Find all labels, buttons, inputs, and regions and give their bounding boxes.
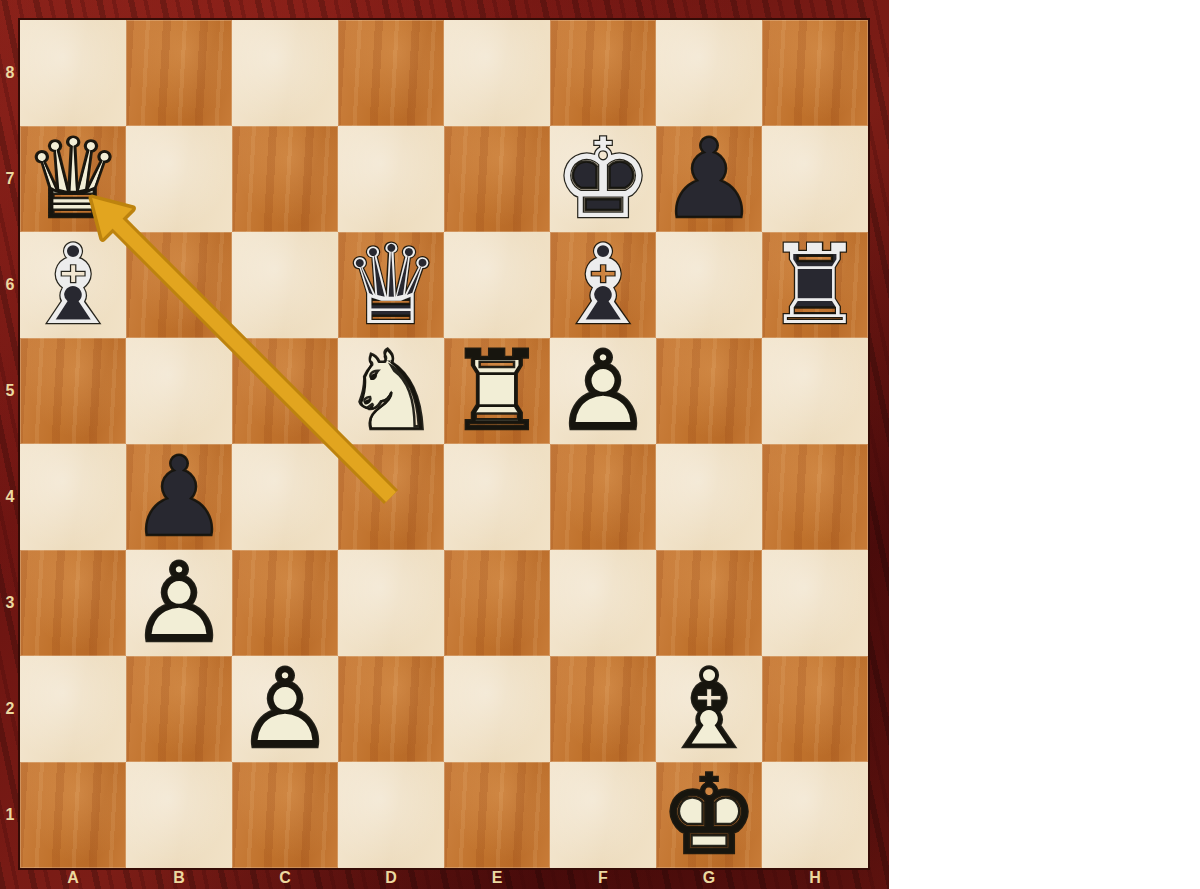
square-d2[interactable] <box>338 656 444 762</box>
square-c6[interactable] <box>232 232 338 338</box>
pawn-glyph: ♟ <box>126 444 232 550</box>
square-e2[interactable] <box>444 656 550 762</box>
rank-label-1: 1 <box>0 762 20 868</box>
piece-black-rook-h6[interactable]: ♜♖ <box>762 232 868 338</box>
pawn-outline-glyph: ♙ <box>550 338 656 444</box>
pawn-outline-glyph: ♙ <box>126 550 232 656</box>
square-d3[interactable] <box>338 550 444 656</box>
square-h4[interactable] <box>762 444 868 550</box>
piece-black-bishop-f6[interactable]: ♝♗ <box>550 232 656 338</box>
square-h1[interactable] <box>762 762 868 868</box>
square-g3[interactable] <box>656 550 762 656</box>
square-e3[interactable] <box>444 550 550 656</box>
square-h8[interactable] <box>762 20 868 126</box>
square-a4[interactable] <box>20 444 126 550</box>
file-labels: ABCDEFGH <box>20 866 868 889</box>
square-b6[interactable] <box>126 232 232 338</box>
file-label-f: F <box>550 866 656 889</box>
square-b1[interactable] <box>126 762 232 868</box>
piece-white-king-g1[interactable]: ♚♔ <box>656 762 762 868</box>
piece-black-pawn-g7[interactable]: ♟ <box>656 126 762 232</box>
rook-outline-glyph: ♖ <box>444 338 550 444</box>
square-f1[interactable] <box>550 762 656 868</box>
square-b7[interactable] <box>126 126 232 232</box>
queen-outline-glyph: ♕ <box>338 232 444 338</box>
rank-label-2: 2 <box>0 656 20 762</box>
rank-label-6: 6 <box>0 232 20 338</box>
square-b8[interactable] <box>126 20 232 126</box>
rank-label-8: 8 <box>0 20 20 126</box>
square-f4[interactable] <box>550 444 656 550</box>
square-a1[interactable] <box>20 762 126 868</box>
square-e1[interactable] <box>444 762 550 868</box>
piece-black-queen-d6[interactable]: ♛♕ <box>338 232 444 338</box>
square-b5[interactable] <box>126 338 232 444</box>
rook-outline-glyph: ♖ <box>762 232 868 338</box>
rank-label-5: 5 <box>0 338 20 444</box>
square-a2[interactable] <box>20 656 126 762</box>
piece-white-pawn-f5[interactable]: ♟♙ <box>550 338 656 444</box>
file-label-g: G <box>656 866 762 889</box>
square-a5[interactable] <box>20 338 126 444</box>
piece-white-bishop-g2[interactable]: ♝♗ <box>656 656 762 762</box>
bishop-outline-glyph: ♗ <box>550 232 656 338</box>
square-c5[interactable] <box>232 338 338 444</box>
square-e7[interactable] <box>444 126 550 232</box>
square-c3[interactable] <box>232 550 338 656</box>
square-e4[interactable] <box>444 444 550 550</box>
piece-black-bishop-a6[interactable]: ♝♗ <box>20 232 126 338</box>
square-h5[interactable] <box>762 338 868 444</box>
square-c8[interactable] <box>232 20 338 126</box>
king-outline-glyph: ♔ <box>550 126 656 232</box>
rank-labels: 87654321 <box>0 20 20 868</box>
file-label-a: A <box>20 866 126 889</box>
king-outline-glyph: ♔ <box>656 762 762 868</box>
queen-outline-glyph: ♕ <box>20 126 126 232</box>
square-a3[interactable] <box>20 550 126 656</box>
pawn-outline-glyph: ♙ <box>232 656 338 762</box>
square-e6[interactable] <box>444 232 550 338</box>
pawn-glyph: ♟ <box>656 126 762 232</box>
square-d7[interactable] <box>338 126 444 232</box>
square-g5[interactable] <box>656 338 762 444</box>
file-label-c: C <box>232 866 338 889</box>
file-label-h: H <box>762 866 868 889</box>
square-c4[interactable] <box>232 444 338 550</box>
bishop-outline-glyph: ♗ <box>656 656 762 762</box>
piece-black-pawn-b4[interactable]: ♟ <box>126 444 232 550</box>
rank-label-7: 7 <box>0 126 20 232</box>
square-b2[interactable] <box>126 656 232 762</box>
knight-outline-glyph: ♘ <box>338 338 444 444</box>
square-g6[interactable] <box>656 232 762 338</box>
square-h3[interactable] <box>762 550 868 656</box>
square-d8[interactable] <box>338 20 444 126</box>
square-g4[interactable] <box>656 444 762 550</box>
square-d4[interactable] <box>338 444 444 550</box>
square-g8[interactable] <box>656 20 762 126</box>
square-c1[interactable] <box>232 762 338 868</box>
square-e8[interactable] <box>444 20 550 126</box>
square-c7[interactable] <box>232 126 338 232</box>
square-f2[interactable] <box>550 656 656 762</box>
piece-white-rook-e5[interactable]: ♜♖ <box>444 338 550 444</box>
piece-black-king-f7[interactable]: ♚♔ <box>550 126 656 232</box>
square-h2[interactable] <box>762 656 868 762</box>
file-label-e: E <box>444 866 550 889</box>
square-a8[interactable] <box>20 20 126 126</box>
piece-white-pawn-c2[interactable]: ♟♙ <box>232 656 338 762</box>
rank-label-3: 3 <box>0 550 20 656</box>
piece-white-queen-a7[interactable]: ♛♕ <box>20 126 126 232</box>
square-h7[interactable] <box>762 126 868 232</box>
square-f3[interactable] <box>550 550 656 656</box>
piece-white-pawn-b3[interactable]: ♟♙ <box>126 550 232 656</box>
file-label-b: B <box>126 866 232 889</box>
square-f8[interactable] <box>550 20 656 126</box>
square-d1[interactable] <box>338 762 444 868</box>
file-label-d: D <box>338 866 444 889</box>
rank-label-4: 4 <box>0 444 20 550</box>
chess-board-frame: ♛♕♚♔♟♝♗♛♕♝♗♜♖♞♘♜♖♟♙♟♟♙♟♙♝♗♚♔ 87654321 AB… <box>0 0 889 889</box>
bishop-outline-glyph: ♗ <box>20 232 126 338</box>
piece-white-knight-d5[interactable]: ♞♘ <box>338 338 444 444</box>
